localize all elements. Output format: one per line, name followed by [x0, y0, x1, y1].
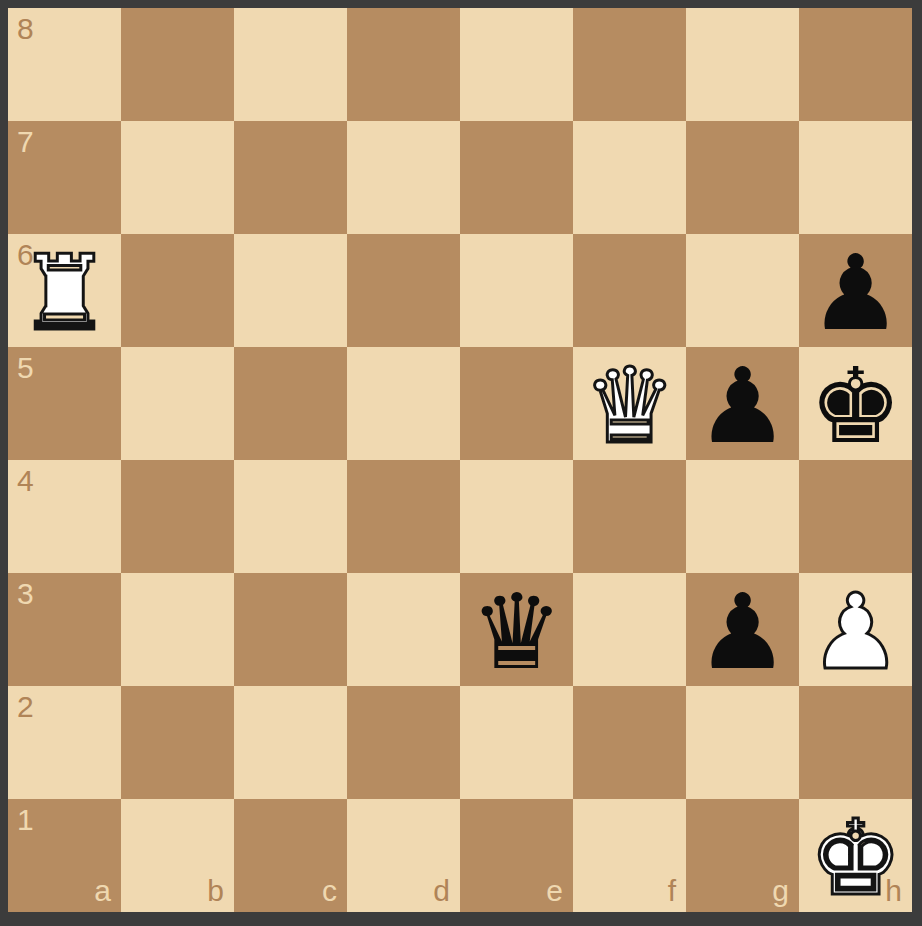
- rank-label-2: 2: [17, 692, 34, 722]
- square-g2[interactable]: [686, 686, 799, 799]
- square-a2[interactable]: 2: [8, 686, 121, 799]
- square-b8[interactable]: [121, 8, 234, 121]
- square-d4[interactable]: [347, 460, 460, 573]
- square-c5[interactable]: [234, 347, 347, 460]
- square-g6[interactable]: [686, 234, 799, 347]
- square-e3[interactable]: ♛: [460, 573, 573, 686]
- square-d7[interactable]: [347, 121, 460, 234]
- file-label-f: f: [668, 876, 676, 906]
- white-king[interactable]: ♚: [799, 799, 912, 912]
- square-e4[interactable]: [460, 460, 573, 573]
- rank-label-8: 8: [17, 14, 34, 44]
- square-d3[interactable]: [347, 573, 460, 686]
- black-pawn[interactable]: ♟: [686, 573, 799, 686]
- board-frame: 876♜♟5♛♟♚43♛♟♟21abcdefgh♚: [0, 0, 922, 926]
- square-f7[interactable]: [573, 121, 686, 234]
- square-h6[interactable]: ♟: [799, 234, 912, 347]
- square-f3[interactable]: [573, 573, 686, 686]
- black-pawn[interactable]: ♟: [686, 347, 799, 460]
- square-b1[interactable]: b: [121, 799, 234, 912]
- square-h5[interactable]: ♚: [799, 347, 912, 460]
- black-king[interactable]: ♚: [799, 347, 912, 460]
- square-a7[interactable]: 7: [8, 121, 121, 234]
- file-label-g: g: [772, 876, 789, 906]
- square-a4[interactable]: 4: [8, 460, 121, 573]
- square-b7[interactable]: [121, 121, 234, 234]
- square-a5[interactable]: 5: [8, 347, 121, 460]
- square-b3[interactable]: [121, 573, 234, 686]
- square-c7[interactable]: [234, 121, 347, 234]
- square-f8[interactable]: [573, 8, 686, 121]
- black-pawn[interactable]: ♟: [799, 234, 912, 347]
- file-label-d: d: [433, 876, 450, 906]
- file-label-e: e: [546, 876, 563, 906]
- square-h2[interactable]: [799, 686, 912, 799]
- square-f5[interactable]: ♛: [573, 347, 686, 460]
- rank-label-4: 4: [17, 466, 34, 496]
- white-rook[interactable]: ♜: [8, 234, 121, 347]
- square-g8[interactable]: [686, 8, 799, 121]
- white-pawn[interactable]: ♟: [799, 573, 912, 686]
- rank-label-5: 5: [17, 353, 34, 383]
- square-d1[interactable]: d: [347, 799, 460, 912]
- square-h3[interactable]: ♟: [799, 573, 912, 686]
- square-c1[interactable]: c: [234, 799, 347, 912]
- square-a6[interactable]: 6♜: [8, 234, 121, 347]
- rank-label-3: 3: [17, 579, 34, 609]
- square-g3[interactable]: ♟: [686, 573, 799, 686]
- square-c8[interactable]: [234, 8, 347, 121]
- rank-label-1: 1: [17, 805, 34, 835]
- square-h4[interactable]: [799, 460, 912, 573]
- rank-label-7: 7: [17, 127, 34, 157]
- square-h8[interactable]: [799, 8, 912, 121]
- square-b2[interactable]: [121, 686, 234, 799]
- square-d8[interactable]: [347, 8, 460, 121]
- square-g4[interactable]: [686, 460, 799, 573]
- file-label-c: c: [322, 876, 337, 906]
- square-b6[interactable]: [121, 234, 234, 347]
- white-queen[interactable]: ♛: [573, 347, 686, 460]
- square-a3[interactable]: 3: [8, 573, 121, 686]
- square-f6[interactable]: [573, 234, 686, 347]
- square-b4[interactable]: [121, 460, 234, 573]
- square-f2[interactable]: [573, 686, 686, 799]
- square-e7[interactable]: [460, 121, 573, 234]
- square-h1[interactable]: h♚: [799, 799, 912, 912]
- square-e2[interactable]: [460, 686, 573, 799]
- chess-board: 876♜♟5♛♟♚43♛♟♟21abcdefgh♚: [8, 8, 912, 912]
- square-e1[interactable]: e: [460, 799, 573, 912]
- square-d2[interactable]: [347, 686, 460, 799]
- square-c6[interactable]: [234, 234, 347, 347]
- square-f4[interactable]: [573, 460, 686, 573]
- square-e6[interactable]: [460, 234, 573, 347]
- square-c2[interactable]: [234, 686, 347, 799]
- square-a1[interactable]: 1a: [8, 799, 121, 912]
- square-d6[interactable]: [347, 234, 460, 347]
- file-label-b: b: [207, 876, 224, 906]
- file-label-a: a: [94, 876, 111, 906]
- square-e5[interactable]: [460, 347, 573, 460]
- square-g5[interactable]: ♟: [686, 347, 799, 460]
- square-b5[interactable]: [121, 347, 234, 460]
- square-g1[interactable]: g: [686, 799, 799, 912]
- square-e8[interactable]: [460, 8, 573, 121]
- square-c3[interactable]: [234, 573, 347, 686]
- square-f1[interactable]: f: [573, 799, 686, 912]
- square-h7[interactable]: [799, 121, 912, 234]
- square-a8[interactable]: 8: [8, 8, 121, 121]
- black-queen[interactable]: ♛: [460, 573, 573, 686]
- square-d5[interactable]: [347, 347, 460, 460]
- square-c4[interactable]: [234, 460, 347, 573]
- square-g7[interactable]: [686, 121, 799, 234]
